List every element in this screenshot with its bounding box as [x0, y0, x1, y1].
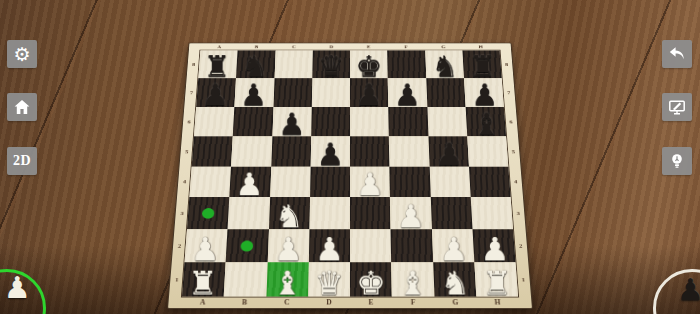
- coord-label: 2: [178, 243, 182, 249]
- square-a2[interactable]: ♟: [184, 229, 227, 262]
- coord-label: 1: [521, 276, 525, 282]
- coord-label: 3: [180, 210, 184, 216]
- file-labels-top: ABCDEFGH: [189, 43, 511, 50]
- coord-label: 5: [511, 148, 514, 153]
- square-h6[interactable]: ♝: [465, 107, 506, 136]
- square-b8[interactable]: ♞: [236, 50, 275, 78]
- square-e6[interactable]: [350, 107, 389, 136]
- square-g5[interactable]: ♟: [428, 136, 469, 166]
- square-h4[interactable]: [469, 166, 511, 197]
- piece-white-knight[interactable]: ♞: [434, 267, 476, 300]
- square-d5[interactable]: ♟: [310, 136, 350, 166]
- coord-label: 2: [519, 243, 523, 249]
- square-f1[interactable]: ♝: [391, 262, 434, 296]
- coord-label: 4: [183, 179, 187, 185]
- coord-label: B: [223, 298, 266, 306]
- undo-button[interactable]: [662, 40, 692, 68]
- square-h1[interactable]: ♜: [474, 262, 518, 296]
- coord-label: 6: [187, 119, 190, 124]
- square-f4[interactable]: [390, 166, 431, 197]
- view-2d-button[interactable]: 2D: [7, 147, 37, 175]
- chess-board[interactable]: ABCDEFGH 87654321 ♜♞♛♚♞♜♟♟♟♟♟♟♝♟♟♟♟♞♟♟♟♟…: [167, 43, 533, 309]
- square-e4[interactable]: ♟: [350, 166, 390, 197]
- square-b1[interactable]: [224, 262, 267, 296]
- coord-label: 8: [505, 62, 508, 67]
- piece-black-knight[interactable]: ♞: [426, 52, 464, 81]
- square-g3[interactable]: [430, 197, 472, 229]
- square-g7[interactable]: [426, 78, 466, 107]
- piece-black-pawn[interactable]: ♟: [310, 138, 350, 169]
- square-b2[interactable]: [226, 229, 269, 262]
- file-labels-bottom: ABCDEFGH: [168, 296, 532, 308]
- wood-table-background: { "game": "chess", "view": "3d-perspecti…: [0, 0, 700, 314]
- coord-label: 7: [190, 90, 193, 95]
- coord-label: D: [308, 298, 350, 306]
- piece-black-queen[interactable]: ♛: [312, 52, 350, 81]
- square-g4[interactable]: [429, 166, 470, 197]
- settings-button[interactable]: ⚙: [7, 40, 37, 68]
- piece-black-pawn[interactable]: ♟: [235, 80, 274, 110]
- gear-icon: ⚙: [13, 45, 30, 64]
- piece-black-bishop[interactable]: ♝: [467, 109, 506, 139]
- coord-label: C: [275, 45, 312, 49]
- coord-label: C: [266, 298, 308, 306]
- square-e5[interactable]: [350, 136, 390, 166]
- piece-white-bishop[interactable]: ♝: [392, 267, 434, 300]
- square-e7[interactable]: ♟: [350, 78, 388, 107]
- square-a4[interactable]: [189, 166, 231, 197]
- square-d1[interactable]: ♛: [308, 262, 350, 296]
- square-d6[interactable]: [311, 107, 350, 136]
- coord-label: E: [350, 298, 392, 306]
- square-g8[interactable]: ♞: [425, 50, 464, 78]
- square-e1[interactable]: ♚: [350, 262, 392, 296]
- piece-black-pawn[interactable]: ♟: [388, 80, 426, 110]
- coord-label: G: [434, 298, 477, 306]
- piece-black-pawn[interactable]: ♟: [272, 109, 311, 139]
- square-c6[interactable]: ♟: [272, 107, 312, 136]
- square-a7[interactable]: ♟: [196, 78, 236, 107]
- piece-white-pawn[interactable]: ♟: [184, 233, 226, 265]
- black-pawn-icon: ♟: [677, 275, 700, 305]
- square-c5[interactable]: [271, 136, 311, 166]
- square-f6[interactable]: [388, 107, 428, 136]
- piece-white-pawn[interactable]: ♟: [350, 169, 390, 200]
- move-dot[interactable]: [202, 208, 215, 219]
- square-b7[interactable]: ♟: [235, 78, 275, 107]
- piece-white-pawn[interactable]: ♟: [230, 169, 270, 200]
- square-d2[interactable]: ♟: [309, 229, 350, 262]
- coord-label: 8: [192, 62, 195, 67]
- coord-label: 7: [507, 90, 510, 95]
- lightbulb-icon: [667, 151, 687, 171]
- board-grid: ♜♞♛♚♞♜♟♟♟♟♟♟♝♟♟♟♟♞♟♟♟♟♟♟♜♝♛♚♝♞♜: [182, 50, 518, 296]
- square-h2[interactable]: ♟: [472, 229, 515, 262]
- square-b4[interactable]: ♟: [230, 166, 271, 197]
- piece-black-pawn[interactable]: ♟: [429, 138, 469, 169]
- square-b6[interactable]: [233, 107, 273, 136]
- square-f2[interactable]: [391, 229, 433, 262]
- square-c2[interactable]: ♟: [267, 229, 309, 262]
- piece-white-knight[interactable]: ♞: [268, 201, 309, 233]
- square-a3[interactable]: [187, 197, 230, 229]
- piece-white-bishop[interactable]: ♝: [266, 267, 308, 300]
- piece-black-pawn[interactable]: ♟: [196, 80, 235, 110]
- hint-button[interactable]: [662, 147, 692, 175]
- piece-white-pawn[interactable]: ♟: [309, 233, 350, 265]
- square-g1[interactable]: ♞: [433, 262, 476, 296]
- square-e2[interactable]: [350, 229, 391, 262]
- square-e3[interactable]: [350, 197, 391, 229]
- piece-black-pawn[interactable]: ♟: [465, 80, 504, 110]
- coord-label: 1: [175, 276, 179, 282]
- square-e8[interactable]: ♚: [350, 50, 388, 78]
- square-f7[interactable]: ♟: [388, 78, 427, 107]
- square-g2[interactable]: ♟: [432, 229, 475, 262]
- square-c8[interactable]: [274, 50, 312, 78]
- square-f8[interactable]: [387, 50, 425, 78]
- square-a8[interactable]: ♜: [198, 50, 237, 78]
- white-pawn-icon: ♟: [4, 273, 31, 303]
- move-dot[interactable]: [241, 240, 254, 251]
- square-g6[interactable]: [427, 107, 467, 136]
- home-button[interactable]: [7, 93, 37, 121]
- coord-label: 4: [514, 179, 518, 185]
- square-c4[interactable]: [270, 166, 311, 197]
- piece-black-pawn[interactable]: ♟: [350, 80, 388, 110]
- piece-white-king[interactable]: ♚: [350, 267, 392, 300]
- square-a6[interactable]: [194, 107, 235, 136]
- square-c7[interactable]: [273, 78, 312, 107]
- coord-label: F: [387, 45, 424, 49]
- square-c3[interactable]: ♞: [268, 197, 309, 229]
- board-style-button[interactable]: [662, 93, 692, 121]
- coord-label: A: [181, 298, 224, 306]
- home-icon: [12, 97, 32, 117]
- coord-label: H: [476, 298, 519, 306]
- square-h8[interactable]: ♜: [462, 50, 501, 78]
- square-b3[interactable]: [228, 197, 270, 229]
- board-frame: ABCDEFGH 87654321 ♜♞♛♚♞♜♟♟♟♟♟♟♝♟♟♟♟♞♟♟♟♟…: [167, 43, 533, 309]
- coord-label: 6: [509, 119, 512, 124]
- coord-label: 3: [516, 210, 520, 216]
- piece-white-pawn[interactable]: ♟: [391, 201, 432, 233]
- square-d3[interactable]: [309, 197, 350, 229]
- square-d4[interactable]: [310, 166, 350, 197]
- coord-label: F: [392, 298, 434, 306]
- square-h3[interactable]: [470, 197, 513, 229]
- piece-white-rook[interactable]: ♜: [182, 267, 224, 300]
- monitor-brush-icon: [667, 97, 687, 117]
- square-h5[interactable]: [467, 136, 508, 166]
- piece-white-pawn[interactable]: ♟: [267, 233, 308, 265]
- undo-arrow-icon: [667, 44, 687, 64]
- square-h7[interactable]: ♟: [464, 78, 504, 107]
- square-f3[interactable]: ♟: [390, 197, 431, 229]
- piece-white-queen[interactable]: ♛: [308, 267, 350, 300]
- square-c1[interactable]: ♝: [266, 262, 309, 296]
- piece-white-rook[interactable]: ♜: [476, 267, 518, 300]
- view-2d-label: 2D: [13, 153, 31, 169]
- square-a1[interactable]: ♜: [182, 262, 226, 296]
- coord-label: 5: [185, 148, 188, 153]
- piece-white-pawn[interactable]: ♟: [474, 233, 516, 265]
- square-d8[interactable]: ♛: [312, 50, 350, 78]
- square-b5[interactable]: [231, 136, 272, 166]
- square-d7[interactable]: [312, 78, 350, 107]
- square-f5[interactable]: [389, 136, 429, 166]
- piece-white-pawn[interactable]: ♟: [433, 233, 474, 265]
- square-a5[interactable]: [192, 136, 233, 166]
